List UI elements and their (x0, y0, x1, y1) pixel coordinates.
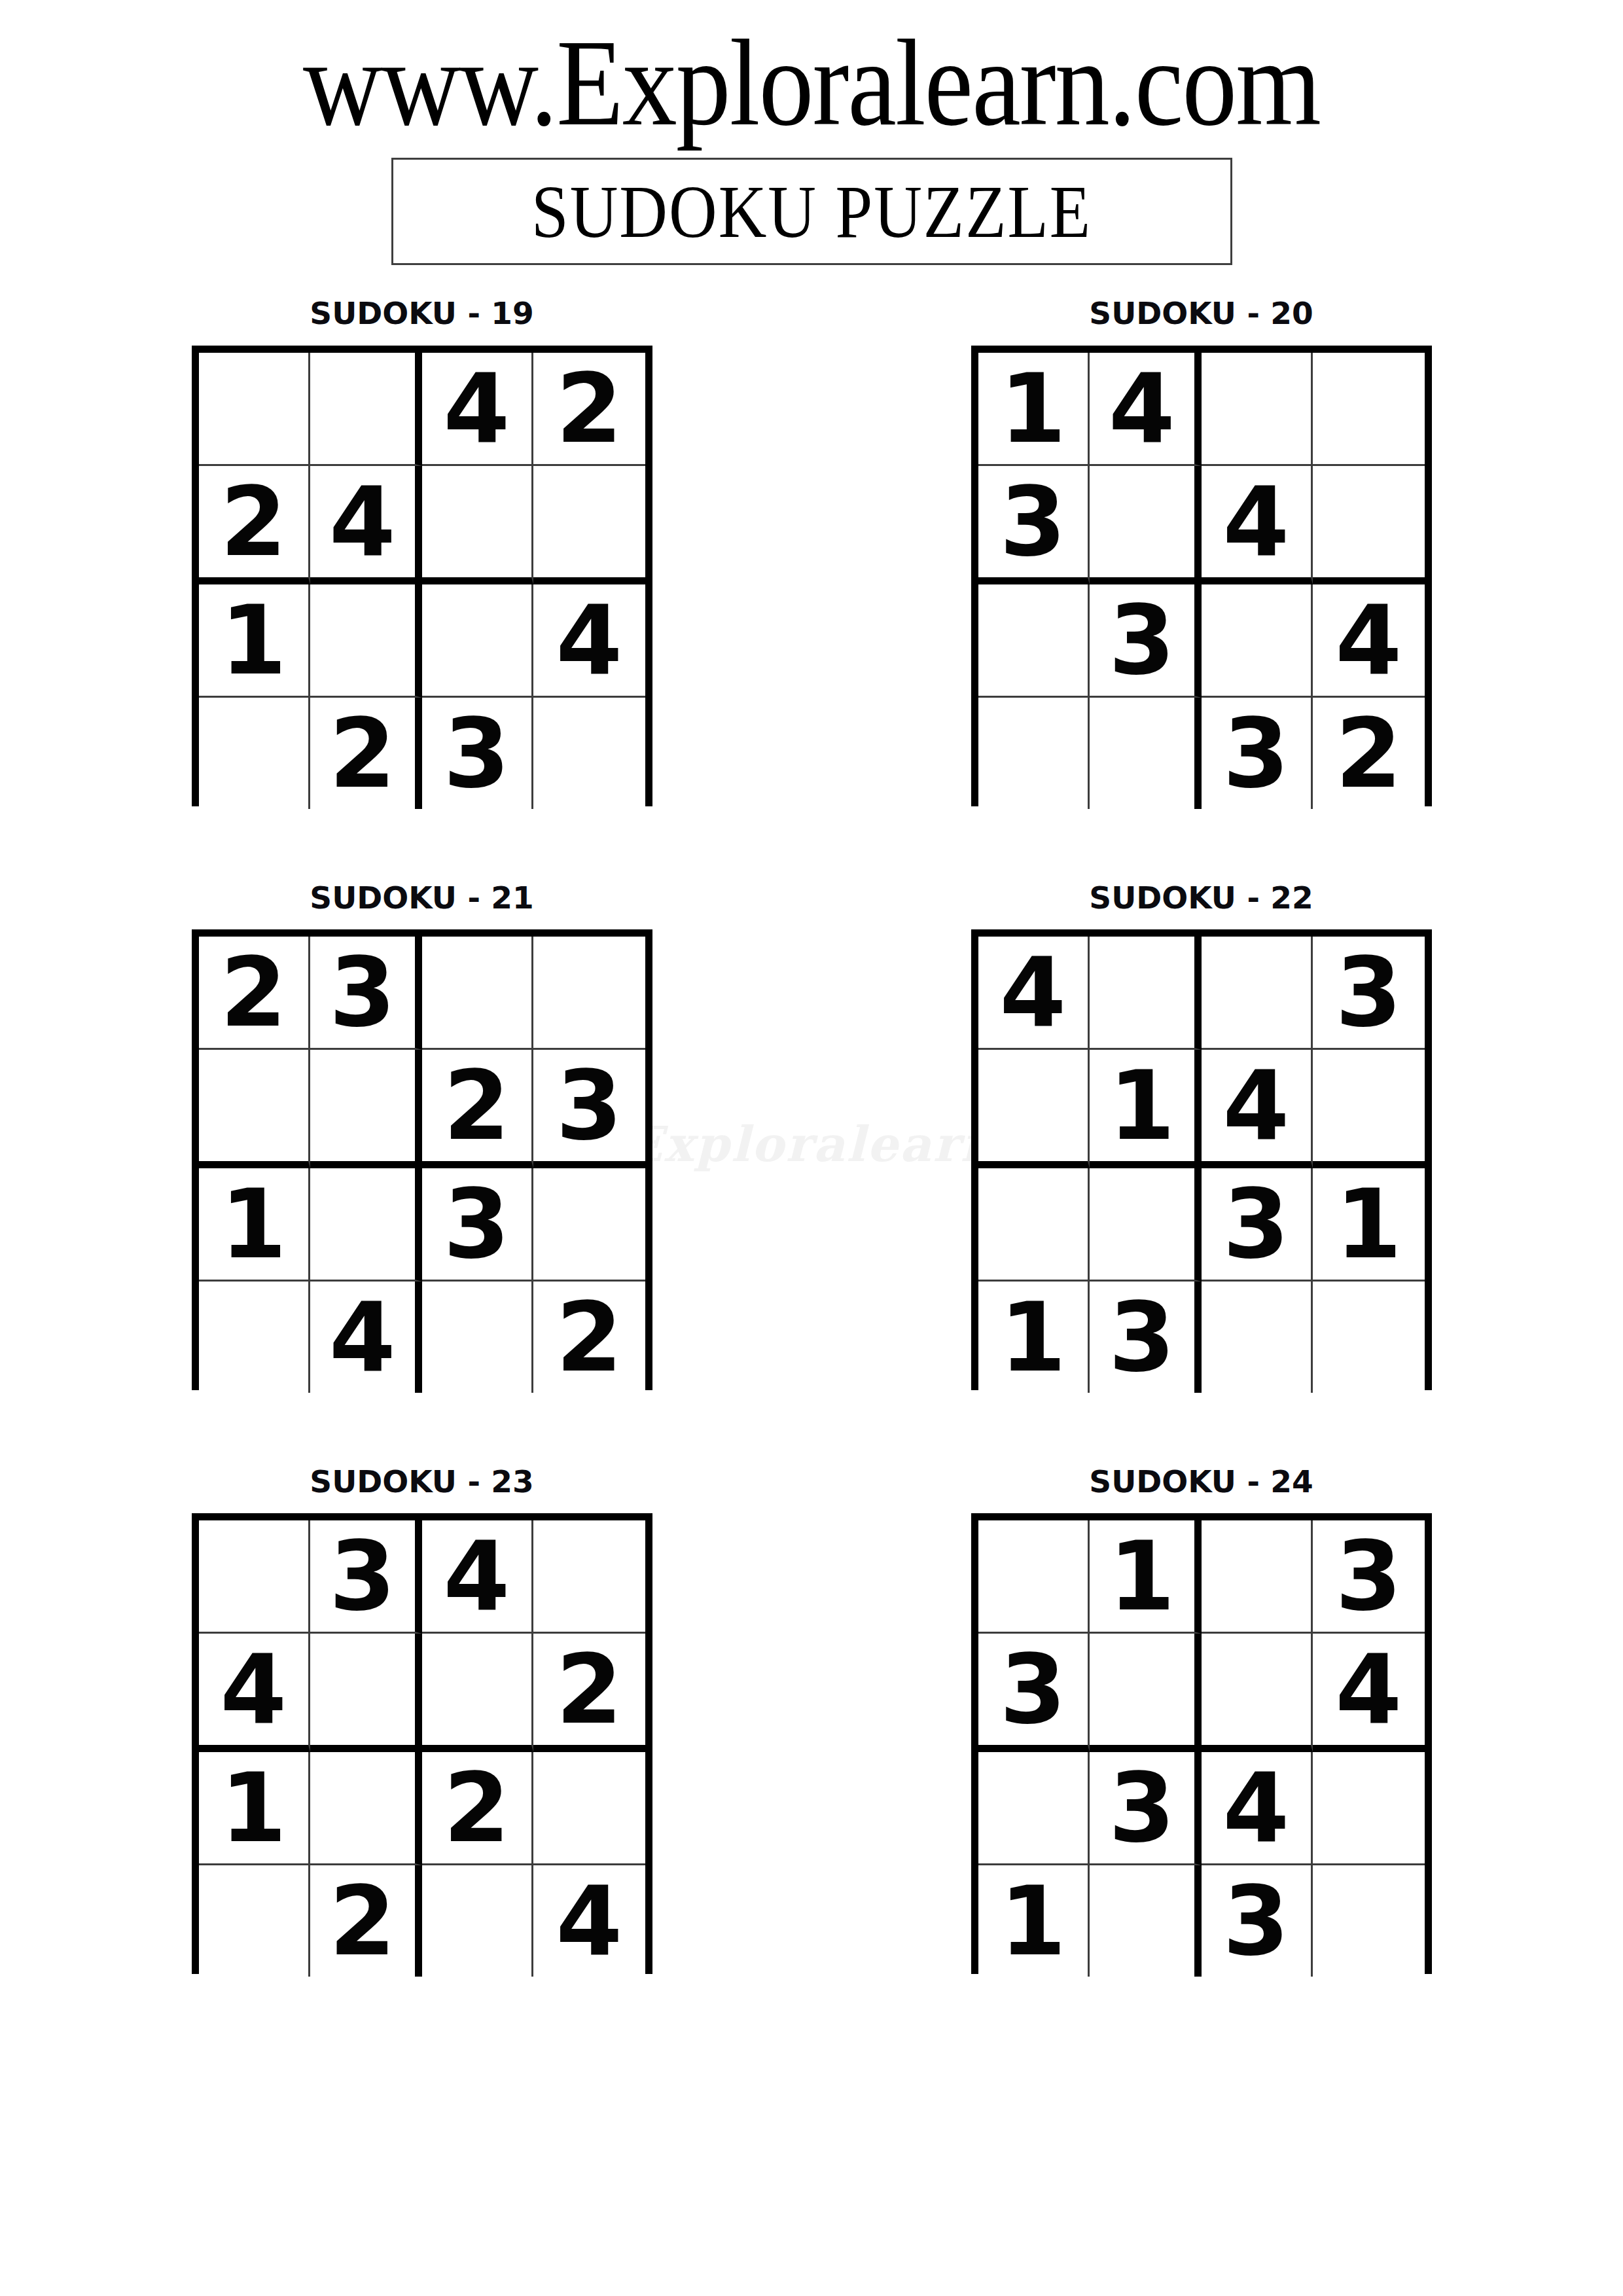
puzzle-24-cell-r1c3[interactable] (1202, 1520, 1313, 1634)
puzzle-22-cell-r4c1: 1 (978, 1282, 1090, 1393)
puzzle-24-cell-r4c2[interactable] (1090, 1865, 1202, 1977)
puzzle-22-cell-r1c3[interactable] (1202, 937, 1313, 1050)
puzzle-20-cell-r1c4[interactable] (1313, 353, 1425, 466)
puzzle-24-cell-r2c4: 4 (1313, 1634, 1425, 1752)
puzzle-22-cell-r2c4[interactable] (1313, 1050, 1425, 1168)
puzzle-20-cell-r2c2[interactable] (1090, 466, 1202, 584)
puzzle-19-cell-r1c3: 4 (422, 353, 534, 466)
puzzles-container: SUDOKU - 1942241423SUDOKU - 2014343432SU… (0, 295, 1623, 1974)
puzzle-24-cell-r3c3: 4 (1202, 1752, 1313, 1865)
puzzle-19-cell-r4c2: 2 (310, 698, 422, 809)
puzzle-22-cell-r3c4: 1 (1313, 1168, 1425, 1282)
puzzle-24-cell-r3c2: 3 (1090, 1752, 1202, 1865)
puzzle-24-cell-r2c3[interactable] (1202, 1634, 1313, 1752)
puzzle-24-cell-r4c4[interactable] (1313, 1865, 1425, 1977)
puzzle-20-cell-r2c3: 4 (1202, 466, 1313, 584)
puzzle-21-cell-r4c1[interactable] (199, 1282, 311, 1393)
puzzle-21-cell-r1c3[interactable] (422, 937, 534, 1050)
puzzle-24-cell-r2c2[interactable] (1090, 1634, 1202, 1752)
puzzle-23-board: 34421224 (192, 1513, 652, 1974)
puzzle-22-cell-r4c4[interactable] (1313, 1282, 1425, 1393)
puzzle-21-cell-r3c2[interactable] (310, 1168, 422, 1282)
puzzle-20-cell-r3c2: 3 (1090, 584, 1202, 698)
puzzle-21-cell-r3c1: 1 (199, 1168, 311, 1282)
puzzle-20-cell-r4c2[interactable] (1090, 698, 1202, 809)
puzzle-23-cell-r4c2: 2 (310, 1865, 422, 1977)
puzzle-22-cell-r3c1[interactable] (978, 1168, 1090, 1282)
puzzle-21-cell-r1c2: 3 (310, 937, 422, 1050)
worksheet-page: www.Exploralearn.com SUDOKU PUZZLE Explo… (0, 20, 1623, 1974)
puzzle-23-cell-r3c3: 2 (422, 1752, 534, 1865)
puzzle-20-label: SUDOKU - 20 (971, 295, 1432, 332)
puzzle-20-cell-r4c1[interactable] (978, 698, 1090, 809)
puzzle-24-cell-r4c1: 1 (978, 1865, 1090, 1977)
puzzle-23-cell-r3c1: 1 (199, 1752, 311, 1865)
puzzle-22-cell-r3c3: 3 (1202, 1168, 1313, 1282)
puzzle-24-label: SUDOKU - 24 (971, 1463, 1432, 1500)
puzzle-23-cell-r4c3[interactable] (422, 1865, 534, 1977)
puzzle-21-cell-r1c1: 2 (199, 937, 311, 1050)
puzzle-19-cell-r2c2: 4 (310, 466, 422, 584)
puzzle-23-cell-r3c2[interactable] (310, 1752, 422, 1865)
puzzle-23-cell-r3c4[interactable] (533, 1752, 645, 1865)
puzzle-22-cell-r1c1: 4 (978, 937, 1090, 1050)
puzzle-24-cell-r3c4[interactable] (1313, 1752, 1425, 1865)
puzzle-19-cell-r2c3[interactable] (422, 466, 534, 584)
puzzle-22-board: 43143113 (971, 929, 1432, 1390)
puzzle-20-cell-r4c4: 2 (1313, 698, 1425, 809)
puzzle-22: SUDOKU - 2243143113 (971, 880, 1432, 1390)
puzzle-21-board: 23231342 (192, 929, 652, 1390)
puzzle-22-cell-r2c1[interactable] (978, 1050, 1090, 1168)
puzzle-24-cell-r1c2: 1 (1090, 1520, 1202, 1634)
puzzle-19-cell-r3c1: 1 (199, 584, 311, 698)
puzzle-21: SUDOKU - 2123231342 (192, 880, 652, 1390)
subtitle-box: SUDOKU PUZZLE (391, 158, 1232, 265)
site-title: www.Exploralearn.com (0, 20, 1623, 146)
puzzle-24: SUDOKU - 2413343413 (971, 1463, 1432, 1974)
site-title-text: www.Exploralearn.com (303, 12, 1320, 153)
puzzle-19-board: 42241423 (192, 346, 652, 806)
puzzle-19-label: SUDOKU - 19 (192, 295, 652, 332)
puzzle-23-label: SUDOKU - 23 (192, 1463, 652, 1500)
puzzle-22-cell-r1c2[interactable] (1090, 937, 1202, 1050)
puzzle-24-cell-r3c1[interactable] (978, 1752, 1090, 1865)
puzzle-19-cell-r4c1[interactable] (199, 698, 311, 809)
puzzle-24-cell-r4c3: 3 (1202, 1865, 1313, 1977)
puzzle-19-cell-r1c1[interactable] (199, 353, 311, 466)
page-subtitle: SUDOKU PUZZLE (531, 169, 1092, 255)
puzzle-23-cell-r2c4: 2 (533, 1634, 645, 1752)
puzzle-20-cell-r2c1: 3 (978, 466, 1090, 584)
puzzle-23-cell-r4c4: 4 (533, 1865, 645, 1977)
puzzle-19: SUDOKU - 1942241423 (192, 295, 652, 806)
puzzle-21-cell-r2c1[interactable] (199, 1050, 311, 1168)
puzzle-19-cell-r3c2[interactable] (310, 584, 422, 698)
puzzle-20-cell-r1c2: 4 (1090, 353, 1202, 466)
puzzle-23-cell-r1c2: 3 (310, 1520, 422, 1634)
puzzle-20-cell-r1c1: 1 (978, 353, 1090, 466)
puzzle-20-cell-r4c3: 3 (1202, 698, 1313, 809)
puzzle-22-cell-r4c2: 3 (1090, 1282, 1202, 1393)
puzzle-22-cell-r3c2[interactable] (1090, 1168, 1202, 1282)
puzzle-21-cell-r1c4[interactable] (533, 937, 645, 1050)
puzzle-19-cell-r1c2[interactable] (310, 353, 422, 466)
puzzle-21-cell-r2c3: 2 (422, 1050, 534, 1168)
puzzle-20-cell-r1c3[interactable] (1202, 353, 1313, 466)
puzzle-20-cell-r3c1[interactable] (978, 584, 1090, 698)
puzzle-19-cell-r3c3[interactable] (422, 584, 534, 698)
puzzle-19-cell-r4c4[interactable] (533, 698, 645, 809)
puzzle-20-cell-r2c4[interactable] (1313, 466, 1425, 584)
puzzle-20: SUDOKU - 2014343432 (971, 295, 1432, 806)
puzzle-19-cell-r1c4: 2 (533, 353, 645, 466)
puzzle-19-cell-r3c4: 4 (533, 584, 645, 698)
puzzle-19-cell-r2c1: 2 (199, 466, 311, 584)
puzzle-22-cell-r2c3: 4 (1202, 1050, 1313, 1168)
puzzle-23-cell-r1c4[interactable] (533, 1520, 645, 1634)
puzzle-21-cell-r3c4[interactable] (533, 1168, 645, 1282)
puzzle-24-board: 13343413 (971, 1513, 1432, 1974)
puzzle-21-cell-r2c4: 3 (533, 1050, 645, 1168)
puzzle-24-cell-r2c1: 3 (978, 1634, 1090, 1752)
puzzle-23: SUDOKU - 2334421224 (192, 1463, 652, 1974)
puzzle-19-cell-r2c4[interactable] (533, 466, 645, 584)
puzzle-21-cell-r4c3[interactable] (422, 1282, 534, 1393)
puzzle-23-cell-r4c1[interactable] (199, 1865, 311, 1977)
puzzle-22-cell-r4c3[interactable] (1202, 1282, 1313, 1393)
puzzle-20-board: 14343432 (971, 346, 1432, 806)
puzzle-23-cell-r2c3[interactable] (422, 1634, 534, 1752)
puzzle-23-cell-r2c1: 4 (199, 1634, 311, 1752)
puzzle-21-cell-r2c2[interactable] (310, 1050, 422, 1168)
puzzle-20-cell-r3c3[interactable] (1202, 584, 1313, 698)
puzzle-21-label: SUDOKU - 21 (192, 880, 652, 916)
puzzle-22-label: SUDOKU - 22 (971, 880, 1432, 916)
puzzle-24-cell-r1c1[interactable] (978, 1520, 1090, 1634)
puzzle-21-cell-r3c3: 3 (422, 1168, 534, 1282)
puzzle-21-cell-r4c4: 2 (533, 1282, 645, 1393)
puzzle-24-cell-r1c4: 3 (1313, 1520, 1425, 1634)
puzzle-22-cell-r2c2: 1 (1090, 1050, 1202, 1168)
puzzle-23-cell-r1c3: 4 (422, 1520, 534, 1634)
puzzle-23-cell-r1c1[interactable] (199, 1520, 311, 1634)
puzzle-21-cell-r4c2: 4 (310, 1282, 422, 1393)
puzzle-20-cell-r3c4: 4 (1313, 584, 1425, 698)
puzzle-23-cell-r2c2[interactable] (310, 1634, 422, 1752)
puzzle-19-cell-r4c3: 3 (422, 698, 534, 809)
puzzle-22-cell-r1c4: 3 (1313, 937, 1425, 1050)
